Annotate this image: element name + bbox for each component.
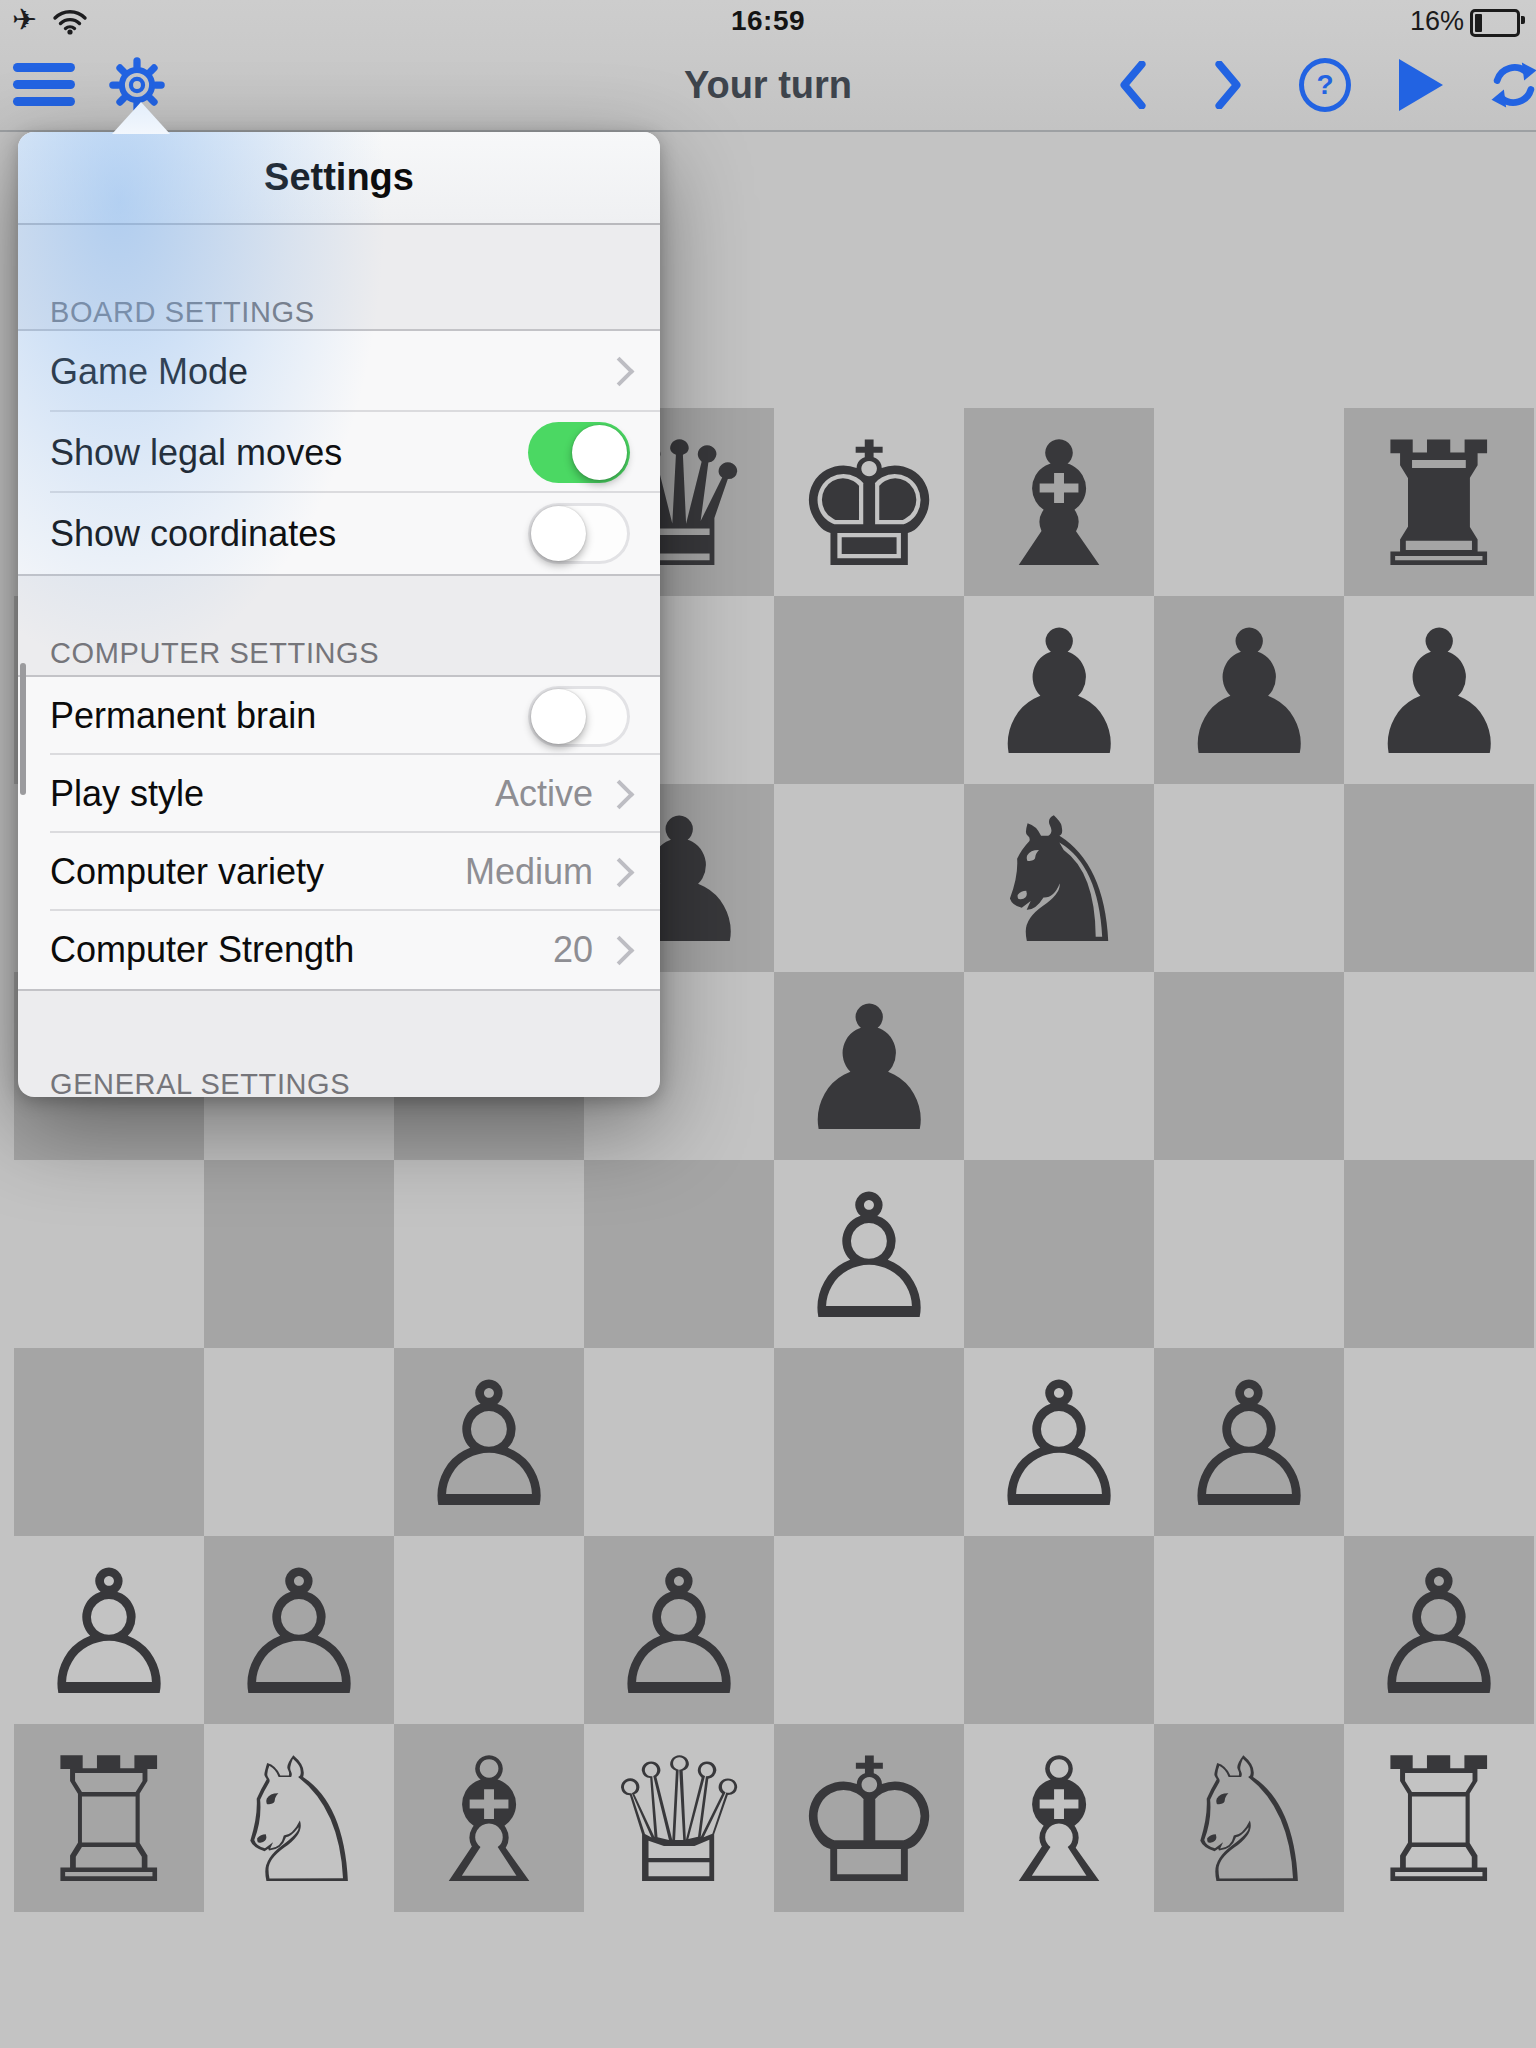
piece-white-knight[interactable]: ♘ — [1154, 1724, 1344, 1912]
section-header-general-settings: GENERAL SETTINGS — [50, 1068, 350, 1097]
piece-white-knight[interactable]: ♘ — [204, 1724, 394, 1912]
popover-header: Settings — [18, 132, 660, 225]
piece-black-pawn[interactable]: ♟ — [774, 972, 964, 1160]
computer-settings-group: Permanent brain Play style Active Comput… — [18, 675, 660, 991]
piece-black-king[interactable]: ♚ — [774, 408, 964, 596]
square-g5[interactable] — [1154, 972, 1344, 1160]
square-d2[interactable]: ♙ — [584, 1536, 774, 1724]
popover-scrollbar[interactable] — [20, 663, 26, 795]
square-d3[interactable] — [584, 1348, 774, 1536]
piece-white-pawn[interactable]: ♙ — [394, 1348, 584, 1536]
piece-white-pawn[interactable]: ♙ — [1154, 1348, 1344, 1536]
square-d4[interactable] — [584, 1160, 774, 1348]
square-b4[interactable] — [204, 1160, 394, 1348]
piece-white-bishop[interactable]: ♗ — [394, 1724, 584, 1912]
computer-variety-value: Medium — [465, 851, 609, 893]
square-f4[interactable] — [964, 1160, 1154, 1348]
battery-icon — [1470, 9, 1520, 37]
piece-white-pawn[interactable]: ♙ — [964, 1348, 1154, 1536]
piece-white-queen[interactable]: ♕ — [584, 1724, 774, 1912]
top-bar: ✈ 16:59 16% Your turn — [0, 0, 1536, 132]
previous-move-button[interactable] — [1105, 40, 1161, 130]
square-e4[interactable]: ♙ — [774, 1160, 964, 1348]
square-h8[interactable]: ♜ — [1344, 408, 1534, 596]
square-e2[interactable] — [774, 1536, 964, 1724]
square-h6[interactable] — [1344, 784, 1534, 972]
section-header-board-settings: BOARD SETTINGS — [50, 296, 315, 329]
piece-white-pawn[interactable]: ♙ — [1344, 1536, 1534, 1724]
square-e8[interactable]: ♚ — [774, 408, 964, 596]
app-screen: ♜♞♝♛♚♝♜♟♟♟♟♟♟♟♞♟♙♙♙♙♙♙♙♙♖♘♗♕♔♗♘♖ ✈ 16:59… — [0, 0, 1536, 2048]
next-move-button[interactable] — [1200, 40, 1256, 130]
piece-white-pawn[interactable]: ♙ — [14, 1536, 204, 1724]
piece-white-rook[interactable]: ♖ — [1344, 1724, 1534, 1912]
piece-black-bishop[interactable]: ♝ — [964, 408, 1154, 596]
square-c4[interactable] — [394, 1160, 584, 1348]
row-computer-variety[interactable]: Computer variety Medium — [18, 833, 660, 911]
square-e1[interactable]: ♔ — [774, 1724, 964, 1912]
square-g7[interactable]: ♟ — [1154, 596, 1344, 784]
settings-popover: Settings BOARD SETTINGS Game Mode Show l… — [18, 132, 660, 1097]
chevron-right-icon — [605, 779, 635, 809]
show-coordinates-toggle[interactable] — [528, 503, 630, 564]
row-game-mode[interactable]: Game Mode — [18, 331, 660, 412]
row-permanent-brain[interactable]: Permanent brain — [18, 677, 660, 755]
square-h3[interactable] — [1344, 1348, 1534, 1536]
square-g1[interactable]: ♘ — [1154, 1724, 1344, 1912]
piece-black-pawn[interactable]: ♟ — [1154, 596, 1344, 784]
square-h4[interactable] — [1344, 1160, 1534, 1348]
show-legal-moves-toggle[interactable] — [528, 422, 630, 483]
piece-black-rook[interactable]: ♜ — [1344, 408, 1534, 596]
battery-percent: 16% — [1410, 6, 1464, 37]
navigation-toolbar: Your turn ? — [0, 40, 1536, 130]
square-e7[interactable] — [774, 596, 964, 784]
square-a4[interactable] — [14, 1160, 204, 1348]
piece-white-pawn[interactable]: ♙ — [204, 1536, 394, 1724]
square-g8[interactable] — [1154, 408, 1344, 596]
square-f3[interactable]: ♙ — [964, 1348, 1154, 1536]
square-c3[interactable]: ♙ — [394, 1348, 584, 1536]
computer-strength-value: 20 — [553, 929, 609, 971]
square-d1[interactable]: ♕ — [584, 1724, 774, 1912]
piece-black-pawn[interactable]: ♟ — [964, 596, 1154, 784]
square-e3[interactable] — [774, 1348, 964, 1536]
square-a3[interactable] — [14, 1348, 204, 1536]
chevron-right-icon — [605, 357, 635, 387]
piece-black-knight[interactable]: ♞ — [964, 784, 1154, 972]
row-play-style[interactable]: Play style Active — [18, 755, 660, 833]
status-time: 16:59 — [0, 5, 1536, 37]
square-g3[interactable]: ♙ — [1154, 1348, 1344, 1536]
square-c1[interactable]: ♗ — [394, 1724, 584, 1912]
square-f5[interactable] — [964, 972, 1154, 1160]
piece-white-pawn[interactable]: ♙ — [584, 1536, 774, 1724]
section-header-computer-settings: COMPUTER SETTINGS — [50, 637, 379, 670]
square-a1[interactable]: ♖ — [14, 1724, 204, 1912]
row-show-legal-moves[interactable]: Show legal moves — [18, 412, 660, 493]
square-h2[interactable]: ♙ — [1344, 1536, 1534, 1724]
play-style-value: Active — [495, 773, 609, 815]
piece-white-rook[interactable]: ♖ — [14, 1724, 204, 1912]
square-e5[interactable]: ♟ — [774, 972, 964, 1160]
square-f2[interactable] — [964, 1536, 1154, 1724]
square-h5[interactable] — [1344, 972, 1534, 1160]
play-icon[interactable] — [1395, 40, 1447, 130]
row-computer-strength[interactable]: Computer Strength 20 — [18, 911, 660, 989]
square-e6[interactable] — [774, 784, 964, 972]
square-f6[interactable]: ♞ — [964, 784, 1154, 972]
board-settings-group: Game Mode Show legal moves Show coordina… — [18, 329, 660, 576]
square-c2[interactable] — [394, 1536, 584, 1724]
piece-white-king[interactable]: ♔ — [774, 1724, 964, 1912]
square-h7[interactable]: ♟ — [1344, 596, 1534, 784]
square-f7[interactable]: ♟ — [964, 596, 1154, 784]
square-a2[interactable]: ♙ — [14, 1536, 204, 1724]
square-g6[interactable] — [1154, 784, 1344, 972]
popover-title: Settings — [18, 132, 660, 223]
square-h1[interactable]: ♖ — [1344, 1724, 1534, 1912]
square-b2[interactable]: ♙ — [204, 1536, 394, 1724]
chevron-right-icon — [605, 935, 635, 965]
square-b3[interactable] — [204, 1348, 394, 1536]
piece-black-pawn[interactable]: ♟ — [1344, 596, 1534, 784]
row-show-coordinates[interactable]: Show coordinates — [18, 493, 660, 574]
status-bar: ✈ 16:59 16% — [0, 0, 1536, 40]
gear-icon[interactable] — [108, 56, 166, 114]
chevron-right-icon — [605, 857, 635, 887]
square-f1[interactable]: ♗ — [964, 1724, 1154, 1912]
help-icon[interactable]: ? — [1299, 40, 1351, 130]
square-f8[interactable]: ♝ — [964, 408, 1154, 596]
piece-white-bishop[interactable]: ♗ — [964, 1724, 1154, 1912]
square-b1[interactable]: ♘ — [204, 1724, 394, 1912]
permanent-brain-toggle[interactable] — [528, 686, 630, 747]
menu-icon[interactable] — [13, 63, 75, 107]
rotate-icon[interactable] — [1487, 40, 1536, 130]
square-g4[interactable] — [1154, 1160, 1344, 1348]
square-g2[interactable] — [1154, 1536, 1344, 1724]
piece-white-pawn[interactable]: ♙ — [774, 1160, 964, 1348]
